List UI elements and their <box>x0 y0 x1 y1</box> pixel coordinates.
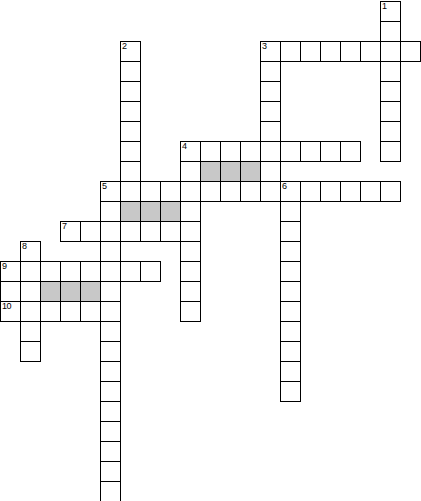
crossword-cell[interactable]: 10 <box>0 301 21 322</box>
crossword-cell[interactable] <box>100 481 121 501</box>
crossword-cell[interactable]: 4 <box>180 141 201 162</box>
crossword-cell[interactable] <box>180 281 201 302</box>
crossword-cell[interactable] <box>260 181 281 202</box>
crossword-cell[interactable] <box>280 361 301 382</box>
crossword-cell-shaded[interactable] <box>40 281 61 302</box>
crossword-cell[interactable] <box>120 181 141 202</box>
crossword-cell[interactable] <box>280 241 301 262</box>
crossword-cell[interactable] <box>320 181 341 202</box>
crossword-cell[interactable] <box>40 301 61 322</box>
crossword-cell[interactable]: 6 <box>280 181 301 202</box>
crossword-cell[interactable] <box>260 81 281 102</box>
crossword-cell[interactable] <box>20 281 41 302</box>
crossword-cell-shaded[interactable] <box>220 161 241 182</box>
crossword-cell[interactable] <box>20 261 41 282</box>
crossword-cell[interactable]: 5 <box>100 181 121 202</box>
crossword-cell[interactable] <box>260 101 281 122</box>
clue-number-1: 1 <box>382 1 387 11</box>
crossword-cell[interactable] <box>360 181 381 202</box>
crossword-cell[interactable] <box>120 81 141 102</box>
crossword-cell[interactable] <box>80 261 101 282</box>
crossword-cell-shaded[interactable] <box>200 161 221 182</box>
crossword-cell[interactable] <box>100 261 121 282</box>
crossword-cell[interactable] <box>120 101 141 122</box>
crossword-cell[interactable] <box>0 281 21 302</box>
crossword-cell[interactable] <box>380 181 401 202</box>
crossword-cell[interactable] <box>260 61 281 82</box>
crossword-cell-shaded[interactable] <box>140 201 161 222</box>
crossword-cell-shaded[interactable] <box>120 201 141 222</box>
crossword-cell[interactable] <box>220 181 241 202</box>
crossword-cell[interactable] <box>140 181 161 202</box>
crossword-cell[interactable] <box>180 221 201 242</box>
crossword-cell[interactable] <box>100 301 121 322</box>
crossword-cell-shaded[interactable] <box>80 281 101 302</box>
crossword-cell[interactable]: 2 <box>120 41 141 62</box>
crossword-cell[interactable] <box>320 41 341 62</box>
clue-number-10: 10 <box>2 301 11 311</box>
crossword-cell[interactable] <box>260 141 281 162</box>
crossword-cell[interactable] <box>380 21 401 42</box>
crossword-cell[interactable]: 8 <box>20 241 41 262</box>
crossword-cell[interactable] <box>100 461 121 482</box>
clue-number-2: 2 <box>122 41 127 51</box>
crossword-cell[interactable] <box>340 41 361 62</box>
crossword-cell[interactable] <box>300 41 321 62</box>
crossword-cell[interactable] <box>240 181 261 202</box>
crossword-cell[interactable] <box>100 201 121 222</box>
crossword-cell[interactable] <box>160 181 181 202</box>
clue-number-3: 3 <box>262 41 267 51</box>
crossword-cell[interactable] <box>140 221 161 242</box>
crossword-cell[interactable] <box>380 41 401 62</box>
crossword-cell[interactable] <box>280 221 301 242</box>
crossword-cell[interactable] <box>280 301 301 322</box>
crossword-cell[interactable] <box>100 381 121 402</box>
crossword-cell[interactable] <box>400 41 421 62</box>
crossword-cell[interactable] <box>180 181 201 202</box>
clue-number-8: 8 <box>22 241 27 251</box>
crossword-cell[interactable] <box>20 321 41 342</box>
crossword-cell[interactable] <box>300 141 321 162</box>
crossword-cell[interactable]: 7 <box>60 221 81 242</box>
crossword-cell[interactable] <box>280 261 301 282</box>
crossword-cell[interactable] <box>260 121 281 142</box>
clue-number-7: 7 <box>62 221 67 231</box>
crossword-cell[interactable] <box>40 261 61 282</box>
crossword-cell[interactable] <box>220 141 241 162</box>
crossword-cell[interactable] <box>360 41 381 62</box>
crossword-cell[interactable] <box>100 401 121 422</box>
crossword-cell[interactable] <box>80 301 101 322</box>
clue-number-5: 5 <box>102 181 107 191</box>
crossword-cell[interactable] <box>180 301 201 322</box>
clue-number-6: 6 <box>282 181 287 191</box>
crossword-cell[interactable] <box>100 421 121 442</box>
crossword-cell-shaded[interactable] <box>160 201 181 222</box>
crossword-cell[interactable] <box>280 141 301 162</box>
crossword-cell[interactable] <box>180 161 201 182</box>
crossword-cell[interactable] <box>380 81 401 102</box>
crossword-cell-shaded[interactable] <box>60 281 81 302</box>
crossword-cell[interactable] <box>100 361 121 382</box>
crossword-cell[interactable] <box>120 141 141 162</box>
crossword-cell[interactable] <box>340 181 361 202</box>
crossword-cell[interactable] <box>280 281 301 302</box>
crossword-cell[interactable] <box>100 441 121 462</box>
crossword-cell[interactable]: 3 <box>260 41 281 62</box>
crossword-cell[interactable] <box>280 321 301 342</box>
crossword-cell[interactable] <box>200 181 221 202</box>
crossword-cell[interactable] <box>280 341 301 362</box>
crossword-cell[interactable] <box>380 121 401 142</box>
crossword-cell[interactable] <box>340 141 361 162</box>
crossword-cell[interactable]: 9 <box>0 261 21 282</box>
crossword-page: 12345678910 <box>0 0 421 501</box>
crossword-cell[interactable] <box>120 61 141 82</box>
crossword-cell[interactable] <box>160 221 181 242</box>
crossword-cell[interactable] <box>20 301 41 322</box>
crossword-cell[interactable] <box>260 161 281 182</box>
clue-number-9: 9 <box>2 261 7 271</box>
crossword-cell[interactable] <box>80 221 101 242</box>
crossword-cell[interactable] <box>120 161 141 182</box>
crossword-cell[interactable] <box>200 141 221 162</box>
crossword-cell[interactable] <box>100 281 121 302</box>
crossword-cell[interactable] <box>100 321 121 342</box>
crossword-board: 12345678910 <box>0 0 421 501</box>
crossword-cell-shaded[interactable] <box>240 161 261 182</box>
crossword-cell[interactable] <box>140 261 161 282</box>
crossword-cell[interactable] <box>100 241 121 262</box>
crossword-cell[interactable] <box>180 201 201 222</box>
crossword-cell[interactable] <box>280 201 301 222</box>
crossword-cell[interactable] <box>380 101 401 122</box>
crossword-cell[interactable] <box>60 261 81 282</box>
crossword-cell[interactable] <box>120 261 141 282</box>
crossword-cell[interactable] <box>120 121 141 142</box>
crossword-cell[interactable] <box>300 181 321 202</box>
crossword-cell[interactable] <box>320 141 341 162</box>
crossword-cell[interactable] <box>240 141 261 162</box>
crossword-cell[interactable] <box>60 301 81 322</box>
crossword-cell[interactable] <box>100 341 121 362</box>
crossword-cell[interactable] <box>120 221 141 242</box>
crossword-cell[interactable] <box>180 241 201 262</box>
crossword-cell[interactable] <box>380 141 401 162</box>
crossword-cell[interactable] <box>380 61 401 82</box>
crossword-cell[interactable] <box>280 41 301 62</box>
crossword-cell[interactable] <box>180 261 201 282</box>
crossword-cell[interactable] <box>100 221 121 242</box>
crossword-cell[interactable] <box>280 381 301 402</box>
crossword-cell[interactable]: 1 <box>380 1 401 22</box>
clue-number-4: 4 <box>182 141 187 151</box>
crossword-cell[interactable] <box>20 341 41 362</box>
